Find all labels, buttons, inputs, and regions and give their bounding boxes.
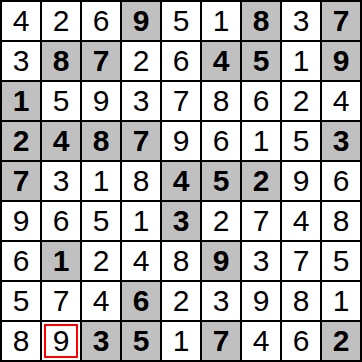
cell-r6c3[interactable]: 5 bbox=[82, 202, 120, 240]
cell-r1c8[interactable]: 3 bbox=[282, 2, 320, 40]
red-outline-highlight bbox=[44, 324, 78, 358]
cell-r3c3[interactable]: 9 bbox=[82, 82, 120, 120]
cell-r2c5[interactable]: 6 bbox=[162, 42, 200, 80]
cell-r8c9[interactable]: 1 bbox=[322, 282, 360, 320]
cell-r4c3[interactable]: 8 bbox=[82, 122, 120, 160]
cell-r3c5[interactable]: 7 bbox=[162, 82, 200, 120]
cell-r6c7[interactable]: 7 bbox=[242, 202, 280, 240]
cell-r9c6[interactable]: 7 bbox=[202, 322, 240, 360]
cell-r2c1[interactable]: 3 bbox=[2, 42, 40, 80]
cell-r7c7[interactable]: 3 bbox=[242, 242, 280, 280]
cell-r4c1[interactable]: 2 bbox=[2, 122, 40, 160]
cell-r3c2[interactable]: 5 bbox=[42, 82, 80, 120]
cell-r9c9[interactable]: 2 bbox=[322, 322, 360, 360]
cell-r8c6[interactable]: 3 bbox=[202, 282, 240, 320]
cell-r4c6[interactable]: 6 bbox=[202, 122, 240, 160]
cell-r2c4[interactable]: 2 bbox=[122, 42, 160, 80]
cell-r2c3[interactable]: 7 bbox=[82, 42, 120, 80]
cell-r6c9[interactable]: 8 bbox=[322, 202, 360, 240]
cell-r1c6[interactable]: 1 bbox=[202, 2, 240, 40]
cell-r4c9[interactable]: 3 bbox=[322, 122, 360, 160]
cell-r8c3[interactable]: 4 bbox=[82, 282, 120, 320]
cell-r5c7[interactable]: 2 bbox=[242, 162, 280, 200]
cell-r5c1[interactable]: 7 bbox=[2, 162, 40, 200]
cell-r1c5[interactable]: 5 bbox=[162, 2, 200, 40]
cell-r3c8[interactable]: 2 bbox=[282, 82, 320, 120]
cell-r8c1[interactable]: 5 bbox=[2, 282, 40, 320]
cell-r1c9[interactable]: 7 bbox=[322, 2, 360, 40]
cell-r9c8[interactable]: 6 bbox=[282, 322, 320, 360]
cell-r8c8[interactable]: 8 bbox=[282, 282, 320, 320]
cell-r2c2[interactable]: 8 bbox=[42, 42, 80, 80]
cell-r4c4[interactable]: 7 bbox=[122, 122, 160, 160]
cell-r7c8[interactable]: 7 bbox=[282, 242, 320, 280]
cell-r5c2[interactable]: 3 bbox=[42, 162, 80, 200]
cell-r6c4[interactable]: 1 bbox=[122, 202, 160, 240]
cell-r9c2[interactable]: 9 bbox=[42, 322, 80, 360]
cell-r7c3[interactable]: 2 bbox=[82, 242, 120, 280]
cell-r3c4[interactable]: 3 bbox=[122, 82, 160, 120]
cell-r1c1[interactable]: 4 bbox=[2, 2, 40, 40]
cell-r8c5[interactable]: 2 bbox=[162, 282, 200, 320]
cell-r9c3[interactable]: 3 bbox=[82, 322, 120, 360]
cell-r9c5[interactable]: 1 bbox=[162, 322, 200, 360]
cell-r5c5[interactable]: 4 bbox=[162, 162, 200, 200]
cell-r7c2[interactable]: 1 bbox=[42, 242, 80, 280]
cell-r4c5[interactable]: 9 bbox=[162, 122, 200, 160]
cell-r3c6[interactable]: 8 bbox=[202, 82, 240, 120]
cell-r2c7[interactable]: 5 bbox=[242, 42, 280, 80]
cell-r6c8[interactable]: 4 bbox=[282, 202, 320, 240]
cell-r7c6[interactable]: 9 bbox=[202, 242, 240, 280]
cell-r2c9[interactable]: 9 bbox=[322, 42, 360, 80]
cell-r1c3[interactable]: 6 bbox=[82, 2, 120, 40]
cell-r9c1[interactable]: 8 bbox=[2, 322, 40, 360]
cell-r4c2[interactable]: 4 bbox=[42, 122, 80, 160]
cell-r1c4[interactable]: 9 bbox=[122, 2, 160, 40]
cell-r8c7[interactable]: 9 bbox=[242, 282, 280, 320]
cell-r4c7[interactable]: 1 bbox=[242, 122, 280, 160]
cell-r5c6[interactable]: 5 bbox=[202, 162, 240, 200]
cell-r5c4[interactable]: 8 bbox=[122, 162, 160, 200]
cell-r3c9[interactable]: 4 bbox=[322, 82, 360, 120]
cell-r6c6[interactable]: 2 bbox=[202, 202, 240, 240]
cell-r5c3[interactable]: 1 bbox=[82, 162, 120, 200]
cell-r4c8[interactable]: 5 bbox=[282, 122, 320, 160]
cell-r1c2[interactable]: 2 bbox=[42, 2, 80, 40]
cell-r7c5[interactable]: 8 bbox=[162, 242, 200, 280]
cell-r9c4[interactable]: 5 bbox=[122, 322, 160, 360]
cell-r7c9[interactable]: 5 bbox=[322, 242, 360, 280]
cell-r8c4[interactable]: 6 bbox=[122, 282, 160, 320]
cell-r6c2[interactable]: 6 bbox=[42, 202, 80, 240]
cell-r9c7[interactable]: 4 bbox=[242, 322, 280, 360]
cell-r5c8[interactable]: 9 bbox=[282, 162, 320, 200]
cell-r1c7[interactable]: 8 bbox=[242, 2, 280, 40]
cell-r7c1[interactable]: 6 bbox=[2, 242, 40, 280]
cell-r6c5[interactable]: 3 bbox=[162, 202, 200, 240]
cell-r6c1[interactable]: 9 bbox=[2, 202, 40, 240]
cell-r8c2[interactable]: 7 bbox=[42, 282, 80, 320]
cell-r2c8[interactable]: 1 bbox=[282, 42, 320, 80]
sudoku-board: 4269518373872645191593786242487961537318… bbox=[0, 0, 362, 362]
cell-r3c1[interactable]: 1 bbox=[2, 82, 40, 120]
cell-r7c4[interactable]: 4 bbox=[122, 242, 160, 280]
cell-r3c7[interactable]: 6 bbox=[242, 82, 280, 120]
cell-r2c6[interactable]: 4 bbox=[202, 42, 240, 80]
cell-r5c9[interactable]: 6 bbox=[322, 162, 360, 200]
